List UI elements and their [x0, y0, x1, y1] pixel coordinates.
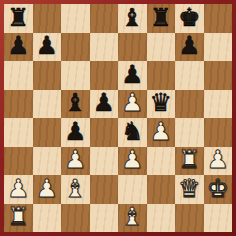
piece-white-pawn[interactable]: ♟: [121, 90, 143, 115]
square-b3[interactable]: [33, 147, 62, 176]
square-c4[interactable]: ♟: [61, 118, 90, 147]
square-c1[interactable]: [61, 204, 90, 233]
square-b5[interactable]: [33, 90, 62, 119]
square-g2[interactable]: ♛: [175, 175, 204, 204]
square-f6[interactable]: [147, 61, 176, 90]
square-f8[interactable]: ♜: [147, 4, 176, 33]
piece-black-pawn[interactable]: ♟: [93, 90, 115, 115]
square-d5[interactable]: ♟: [90, 90, 119, 119]
piece-black-bishop[interactable]: ♝: [121, 5, 143, 30]
square-a1[interactable]: ♜: [4, 204, 33, 233]
square-c7[interactable]: [61, 33, 90, 62]
square-d1[interactable]: [90, 204, 119, 233]
piece-white-pawn[interactable]: ♟: [7, 176, 29, 201]
square-e8[interactable]: ♝: [118, 4, 147, 33]
square-a5[interactable]: [4, 90, 33, 119]
piece-black-queen[interactable]: ♛: [150, 90, 172, 115]
square-b7[interactable]: ♟: [33, 33, 62, 62]
square-b1[interactable]: [33, 204, 62, 233]
square-d3[interactable]: [90, 147, 119, 176]
chess-board-frame: ♜♝♜♚♟♟♟♟♝♟♟♛♟♞♟♟♟♜♟♟♟♝♛♚♜♝: [0, 0, 236, 236]
square-d4[interactable]: [90, 118, 119, 147]
square-b6[interactable]: [33, 61, 62, 90]
square-a4[interactable]: [4, 118, 33, 147]
square-c6[interactable]: [61, 61, 90, 90]
square-b8[interactable]: [33, 4, 62, 33]
square-d2[interactable]: [90, 175, 119, 204]
piece-black-rook[interactable]: ♜: [7, 5, 29, 30]
square-g3[interactable]: ♜: [175, 147, 204, 176]
square-h4[interactable]: [204, 118, 233, 147]
square-e5[interactable]: ♟: [118, 90, 147, 119]
square-h8[interactable]: [204, 4, 233, 33]
piece-black-rook[interactable]: ♜: [150, 5, 172, 30]
square-b4[interactable]: [33, 118, 62, 147]
square-f7[interactable]: [147, 33, 176, 62]
square-c5[interactable]: ♝: [61, 90, 90, 119]
square-g1[interactable]: [175, 204, 204, 233]
piece-black-king[interactable]: ♚: [178, 5, 200, 30]
chess-board: ♜♝♜♚♟♟♟♟♝♟♟♛♟♞♟♟♟♜♟♟♟♝♛♚♜♝: [4, 4, 232, 232]
square-e6[interactable]: ♟: [118, 61, 147, 90]
square-a3[interactable]: [4, 147, 33, 176]
square-d6[interactable]: [90, 61, 119, 90]
piece-white-pawn[interactable]: ♟: [36, 176, 58, 201]
piece-black-pawn[interactable]: ♟: [178, 33, 200, 58]
piece-white-pawn[interactable]: ♟: [64, 147, 86, 172]
square-g5[interactable]: [175, 90, 204, 119]
square-f3[interactable]: [147, 147, 176, 176]
piece-white-rook[interactable]: ♜: [7, 204, 29, 229]
square-h5[interactable]: [204, 90, 233, 119]
piece-white-pawn[interactable]: ♟: [121, 147, 143, 172]
piece-white-pawn[interactable]: ♟: [207, 147, 229, 172]
square-h7[interactable]: [204, 33, 233, 62]
piece-white-queen[interactable]: ♛: [178, 176, 200, 201]
square-a6[interactable]: [4, 61, 33, 90]
piece-white-rook[interactable]: ♜: [178, 147, 200, 172]
square-h1[interactable]: [204, 204, 233, 233]
square-g7[interactable]: ♟: [175, 33, 204, 62]
square-a2[interactable]: ♟: [4, 175, 33, 204]
square-e4[interactable]: ♞: [118, 118, 147, 147]
square-f5[interactable]: ♛: [147, 90, 176, 119]
square-h2[interactable]: ♚: [204, 175, 233, 204]
piece-black-pawn[interactable]: ♟: [7, 33, 29, 58]
square-g4[interactable]: [175, 118, 204, 147]
piece-black-pawn[interactable]: ♟: [121, 62, 143, 87]
square-c8[interactable]: [61, 4, 90, 33]
piece-white-bishop[interactable]: ♝: [64, 176, 86, 201]
piece-white-pawn[interactable]: ♟: [150, 119, 172, 144]
square-f2[interactable]: [147, 175, 176, 204]
square-h3[interactable]: ♟: [204, 147, 233, 176]
square-g6[interactable]: [175, 61, 204, 90]
piece-white-bishop[interactable]: ♝: [121, 204, 143, 229]
piece-white-king[interactable]: ♚: [207, 176, 229, 201]
square-e2[interactable]: [118, 175, 147, 204]
square-e3[interactable]: ♟: [118, 147, 147, 176]
piece-black-pawn[interactable]: ♟: [64, 119, 86, 144]
square-a7[interactable]: ♟: [4, 33, 33, 62]
square-f1[interactable]: [147, 204, 176, 233]
piece-black-bishop[interactable]: ♝: [64, 90, 86, 115]
piece-black-pawn[interactable]: ♟: [36, 33, 58, 58]
square-b2[interactable]: ♟: [33, 175, 62, 204]
square-g8[interactable]: ♚: [175, 4, 204, 33]
piece-black-knight[interactable]: ♞: [121, 119, 143, 144]
square-c3[interactable]: ♟: [61, 147, 90, 176]
square-e7[interactable]: [118, 33, 147, 62]
square-h6[interactable]: [204, 61, 233, 90]
square-c2[interactable]: ♝: [61, 175, 90, 204]
square-f4[interactable]: ♟: [147, 118, 176, 147]
square-d8[interactable]: [90, 4, 119, 33]
square-d7[interactable]: [90, 33, 119, 62]
square-a8[interactable]: ♜: [4, 4, 33, 33]
square-e1[interactable]: ♝: [118, 204, 147, 233]
